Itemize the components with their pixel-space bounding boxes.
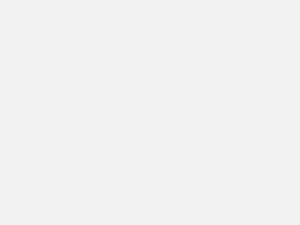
go-diagram-screenshot — [0, 0, 300, 225]
go-board[interactable] — [14, 8, 286, 225]
